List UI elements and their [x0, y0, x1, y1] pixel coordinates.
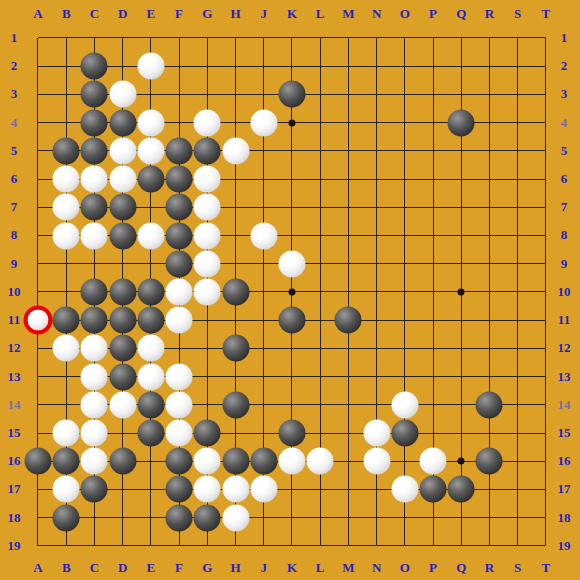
cell-K15[interactable] [278, 419, 306, 447]
cell-K8[interactable] [278, 221, 306, 249]
cell-A11[interactable] [24, 306, 52, 334]
cell-E10[interactable] [137, 278, 165, 306]
cell-G2[interactable] [193, 52, 221, 80]
cell-Q15[interactable] [447, 419, 475, 447]
cell-E2[interactable] [137, 52, 165, 80]
cell-N12[interactable] [363, 334, 391, 362]
cell-G13[interactable] [193, 363, 221, 391]
cell-B3[interactable] [52, 80, 80, 108]
cell-A17[interactable] [24, 475, 52, 503]
cell-S4[interactable] [504, 109, 532, 137]
cell-D16[interactable] [109, 447, 137, 475]
cell-L3[interactable] [306, 80, 334, 108]
cell-A9[interactable] [24, 250, 52, 278]
cell-K6[interactable] [278, 165, 306, 193]
cell-C16[interactable] [80, 447, 108, 475]
cell-Q14[interactable] [447, 391, 475, 419]
cell-R8[interactable] [475, 221, 503, 249]
cell-K13[interactable] [278, 363, 306, 391]
cell-A12[interactable] [24, 334, 52, 362]
cell-P19[interactable] [419, 532, 447, 560]
cell-R17[interactable] [475, 475, 503, 503]
cell-L16[interactable] [306, 447, 334, 475]
cell-O16[interactable] [391, 447, 419, 475]
cell-N10[interactable] [363, 278, 391, 306]
cell-A18[interactable] [24, 504, 52, 532]
cell-S11[interactable] [504, 306, 532, 334]
cell-G14[interactable] [193, 391, 221, 419]
cell-C19[interactable] [80, 532, 108, 560]
cell-B17[interactable] [52, 475, 80, 503]
cell-C6[interactable] [80, 165, 108, 193]
cell-B15[interactable] [52, 419, 80, 447]
cell-Q19[interactable] [447, 532, 475, 560]
cell-Q11[interactable] [447, 306, 475, 334]
cell-J19[interactable] [250, 532, 278, 560]
cell-O15[interactable] [391, 419, 419, 447]
cell-C13[interactable] [80, 363, 108, 391]
cell-N15[interactable] [363, 419, 391, 447]
cell-C4[interactable] [80, 109, 108, 137]
cell-P10[interactable] [419, 278, 447, 306]
cell-J2[interactable] [250, 52, 278, 80]
cell-H4[interactable] [221, 109, 249, 137]
cell-S19[interactable] [504, 532, 532, 560]
cell-A4[interactable] [24, 109, 52, 137]
cell-N2[interactable] [363, 52, 391, 80]
cell-D19[interactable] [109, 532, 137, 560]
cell-R1[interactable] [475, 24, 503, 52]
cell-F17[interactable] [165, 475, 193, 503]
cell-D13[interactable] [109, 363, 137, 391]
cell-M17[interactable] [334, 475, 362, 503]
cell-L2[interactable] [306, 52, 334, 80]
cell-P17[interactable] [419, 475, 447, 503]
cell-R5[interactable] [475, 137, 503, 165]
cell-P5[interactable] [419, 137, 447, 165]
cell-F19[interactable] [165, 532, 193, 560]
cell-O9[interactable] [391, 250, 419, 278]
cell-N14[interactable] [363, 391, 391, 419]
cell-N9[interactable] [363, 250, 391, 278]
cell-E17[interactable] [137, 475, 165, 503]
cell-H10[interactable] [221, 278, 249, 306]
cell-C8[interactable] [80, 221, 108, 249]
cell-R18[interactable] [475, 504, 503, 532]
cell-D3[interactable] [109, 80, 137, 108]
cell-K9[interactable] [278, 250, 306, 278]
cell-L17[interactable] [306, 475, 334, 503]
cell-B6[interactable] [52, 165, 80, 193]
cell-R3[interactable] [475, 80, 503, 108]
cell-P16[interactable] [419, 447, 447, 475]
cell-O10[interactable] [391, 278, 419, 306]
cell-B16[interactable] [52, 447, 80, 475]
cell-C17[interactable] [80, 475, 108, 503]
cell-J9[interactable] [250, 250, 278, 278]
cell-A7[interactable] [24, 193, 52, 221]
cell-E7[interactable] [137, 193, 165, 221]
cell-R14[interactable] [475, 391, 503, 419]
cell-C1[interactable] [80, 24, 108, 52]
cell-C10[interactable] [80, 278, 108, 306]
cell-R13[interactable] [475, 363, 503, 391]
cell-A19[interactable] [24, 532, 52, 560]
cell-G16[interactable] [193, 447, 221, 475]
cell-F4[interactable] [165, 109, 193, 137]
cell-B13[interactable] [52, 363, 80, 391]
cell-L7[interactable] [306, 193, 334, 221]
cell-E11[interactable] [137, 306, 165, 334]
cell-B12[interactable] [52, 334, 80, 362]
cell-B8[interactable] [52, 221, 80, 249]
cell-M16[interactable] [334, 447, 362, 475]
cell-D2[interactable] [109, 52, 137, 80]
cell-A3[interactable] [24, 80, 52, 108]
cell-H11[interactable] [221, 306, 249, 334]
cell-S6[interactable] [504, 165, 532, 193]
cell-S8[interactable] [504, 221, 532, 249]
cell-G7[interactable] [193, 193, 221, 221]
cell-H17[interactable] [221, 475, 249, 503]
cell-L9[interactable] [306, 250, 334, 278]
cell-D4[interactable] [109, 109, 137, 137]
cell-P14[interactable] [419, 391, 447, 419]
cell-L5[interactable] [306, 137, 334, 165]
cell-O3[interactable] [391, 80, 419, 108]
cell-F13[interactable] [165, 363, 193, 391]
cell-R6[interactable] [475, 165, 503, 193]
cell-N13[interactable] [363, 363, 391, 391]
cell-Q4[interactable] [447, 109, 475, 137]
cell-J14[interactable] [250, 391, 278, 419]
cell-K3[interactable] [278, 80, 306, 108]
cell-H2[interactable] [221, 52, 249, 80]
cell-K5[interactable] [278, 137, 306, 165]
cell-F9[interactable] [165, 250, 193, 278]
cell-K17[interactable] [278, 475, 306, 503]
cell-A14[interactable] [24, 391, 52, 419]
cell-E15[interactable] [137, 419, 165, 447]
cell-J13[interactable] [250, 363, 278, 391]
cell-A5[interactable] [24, 137, 52, 165]
cell-E18[interactable] [137, 504, 165, 532]
cell-L1[interactable] [306, 24, 334, 52]
cell-S12[interactable] [504, 334, 532, 362]
cell-Q1[interactable] [447, 24, 475, 52]
cell-C18[interactable] [80, 504, 108, 532]
cell-Q18[interactable] [447, 504, 475, 532]
cell-O19[interactable] [391, 532, 419, 560]
cell-J17[interactable] [250, 475, 278, 503]
cell-N8[interactable] [363, 221, 391, 249]
cell-H19[interactable] [221, 532, 249, 560]
cell-M19[interactable] [334, 532, 362, 560]
cell-A16[interactable] [24, 447, 52, 475]
cell-E13[interactable] [137, 363, 165, 391]
cell-E14[interactable] [137, 391, 165, 419]
cell-L14[interactable] [306, 391, 334, 419]
cell-F3[interactable] [165, 80, 193, 108]
cell-G19[interactable] [193, 532, 221, 560]
cell-H13[interactable] [221, 363, 249, 391]
cell-B5[interactable] [52, 137, 80, 165]
cell-B4[interactable] [52, 109, 80, 137]
cell-R19[interactable] [475, 532, 503, 560]
cell-Q12[interactable] [447, 334, 475, 362]
cell-M13[interactable] [334, 363, 362, 391]
cell-H3[interactable] [221, 80, 249, 108]
cell-F8[interactable] [165, 221, 193, 249]
cell-E1[interactable] [137, 24, 165, 52]
cell-G10[interactable] [193, 278, 221, 306]
cell-E9[interactable] [137, 250, 165, 278]
cell-J6[interactable] [250, 165, 278, 193]
cell-R9[interactable] [475, 250, 503, 278]
cell-F5[interactable] [165, 137, 193, 165]
cell-P9[interactable] [419, 250, 447, 278]
cell-E12[interactable] [137, 334, 165, 362]
cell-M9[interactable] [334, 250, 362, 278]
cell-J11[interactable] [250, 306, 278, 334]
cell-L12[interactable] [306, 334, 334, 362]
cell-M8[interactable] [334, 221, 362, 249]
cell-B2[interactable] [52, 52, 80, 80]
cell-R16[interactable] [475, 447, 503, 475]
cell-F18[interactable] [165, 504, 193, 532]
cell-L18[interactable] [306, 504, 334, 532]
cell-H1[interactable] [221, 24, 249, 52]
cell-B9[interactable] [52, 250, 80, 278]
cell-L15[interactable] [306, 419, 334, 447]
cell-K11[interactable] [278, 306, 306, 334]
cell-B19[interactable] [52, 532, 80, 560]
cell-N11[interactable] [363, 306, 391, 334]
cell-N3[interactable] [363, 80, 391, 108]
cell-M1[interactable] [334, 24, 362, 52]
cell-R2[interactable] [475, 52, 503, 80]
cell-O18[interactable] [391, 504, 419, 532]
cell-Q3[interactable] [447, 80, 475, 108]
cell-G8[interactable] [193, 221, 221, 249]
cell-N19[interactable] [363, 532, 391, 560]
cell-O11[interactable] [391, 306, 419, 334]
cell-B18[interactable] [52, 504, 80, 532]
cell-C2[interactable] [80, 52, 108, 80]
cell-J16[interactable] [250, 447, 278, 475]
cell-B1[interactable] [52, 24, 80, 52]
cell-F11[interactable] [165, 306, 193, 334]
cell-K2[interactable] [278, 52, 306, 80]
cell-O4[interactable] [391, 109, 419, 137]
cell-G1[interactable] [193, 24, 221, 52]
cell-C5[interactable] [80, 137, 108, 165]
cell-H18[interactable] [221, 504, 249, 532]
cell-L4[interactable] [306, 109, 334, 137]
cell-O5[interactable] [391, 137, 419, 165]
cell-P15[interactable] [419, 419, 447, 447]
cell-D17[interactable] [109, 475, 137, 503]
cell-S17[interactable] [504, 475, 532, 503]
cell-P6[interactable] [419, 165, 447, 193]
cell-K4[interactable] [278, 109, 306, 137]
cell-A1[interactable] [24, 24, 52, 52]
cell-C9[interactable] [80, 250, 108, 278]
cell-P12[interactable] [419, 334, 447, 362]
cell-R7[interactable] [475, 193, 503, 221]
cell-D6[interactable] [109, 165, 137, 193]
cell-C12[interactable] [80, 334, 108, 362]
cell-S9[interactable] [504, 250, 532, 278]
cell-D18[interactable] [109, 504, 137, 532]
cell-L13[interactable] [306, 363, 334, 391]
cell-G12[interactable] [193, 334, 221, 362]
cell-A10[interactable] [24, 278, 52, 306]
cell-L8[interactable] [306, 221, 334, 249]
cell-H6[interactable] [221, 165, 249, 193]
cell-J4[interactable] [250, 109, 278, 137]
cell-G3[interactable] [193, 80, 221, 108]
cell-B10[interactable] [52, 278, 80, 306]
cell-J18[interactable] [250, 504, 278, 532]
cell-O7[interactable] [391, 193, 419, 221]
cell-S5[interactable] [504, 137, 532, 165]
cell-K12[interactable] [278, 334, 306, 362]
cell-O6[interactable] [391, 165, 419, 193]
cell-M14[interactable] [334, 391, 362, 419]
cell-P3[interactable] [419, 80, 447, 108]
cell-F15[interactable] [165, 419, 193, 447]
cell-Q2[interactable] [447, 52, 475, 80]
cell-S1[interactable] [504, 24, 532, 52]
cell-Q16[interactable] [447, 447, 475, 475]
cell-O1[interactable] [391, 24, 419, 52]
cell-K16[interactable] [278, 447, 306, 475]
cell-E8[interactable] [137, 221, 165, 249]
cell-B14[interactable] [52, 391, 80, 419]
cell-P18[interactable] [419, 504, 447, 532]
cell-J15[interactable] [250, 419, 278, 447]
cell-E19[interactable] [137, 532, 165, 560]
cell-D11[interactable] [109, 306, 137, 334]
cell-E3[interactable] [137, 80, 165, 108]
cell-M11[interactable] [334, 306, 362, 334]
cell-C15[interactable] [80, 419, 108, 447]
cell-K1[interactable] [278, 24, 306, 52]
cell-S15[interactable] [504, 419, 532, 447]
cell-K19[interactable] [278, 532, 306, 560]
cell-D7[interactable] [109, 193, 137, 221]
cell-H5[interactable] [221, 137, 249, 165]
cell-N17[interactable] [363, 475, 391, 503]
cell-M15[interactable] [334, 419, 362, 447]
cell-G9[interactable] [193, 250, 221, 278]
cell-R12[interactable] [475, 334, 503, 362]
cell-H7[interactable] [221, 193, 249, 221]
cell-F7[interactable] [165, 193, 193, 221]
cell-K10[interactable] [278, 278, 306, 306]
cell-N6[interactable] [363, 165, 391, 193]
cell-A13[interactable] [24, 363, 52, 391]
cell-G17[interactable] [193, 475, 221, 503]
cell-F1[interactable] [165, 24, 193, 52]
cell-R4[interactable] [475, 109, 503, 137]
cell-A2[interactable] [24, 52, 52, 80]
cell-D10[interactable] [109, 278, 137, 306]
cell-D5[interactable] [109, 137, 137, 165]
cell-G6[interactable] [193, 165, 221, 193]
cell-S13[interactable] [504, 363, 532, 391]
cell-M2[interactable] [334, 52, 362, 80]
cell-S3[interactable] [504, 80, 532, 108]
cell-S14[interactable] [504, 391, 532, 419]
cell-R10[interactable] [475, 278, 503, 306]
cell-H16[interactable] [221, 447, 249, 475]
cell-G15[interactable] [193, 419, 221, 447]
cell-Q10[interactable] [447, 278, 475, 306]
cell-J12[interactable] [250, 334, 278, 362]
cell-S7[interactable] [504, 193, 532, 221]
cell-O14[interactable] [391, 391, 419, 419]
cell-F14[interactable] [165, 391, 193, 419]
cell-P8[interactable] [419, 221, 447, 249]
cell-N7[interactable] [363, 193, 391, 221]
cell-P11[interactable] [419, 306, 447, 334]
cell-M10[interactable] [334, 278, 362, 306]
cell-S16[interactable] [504, 447, 532, 475]
cell-C3[interactable] [80, 80, 108, 108]
cell-M3[interactable] [334, 80, 362, 108]
cell-L19[interactable] [306, 532, 334, 560]
cell-L6[interactable] [306, 165, 334, 193]
cell-B7[interactable] [52, 193, 80, 221]
cell-Q13[interactable] [447, 363, 475, 391]
cell-Q6[interactable] [447, 165, 475, 193]
cell-B11[interactable] [52, 306, 80, 334]
cell-P13[interactable] [419, 363, 447, 391]
cell-H14[interactable] [221, 391, 249, 419]
cell-K14[interactable] [278, 391, 306, 419]
cell-F2[interactable] [165, 52, 193, 80]
cell-Q7[interactable] [447, 193, 475, 221]
cell-K7[interactable] [278, 193, 306, 221]
cell-R15[interactable] [475, 419, 503, 447]
cell-C11[interactable] [80, 306, 108, 334]
cell-C14[interactable] [80, 391, 108, 419]
cell-F6[interactable] [165, 165, 193, 193]
cell-M7[interactable] [334, 193, 362, 221]
cell-N18[interactable] [363, 504, 391, 532]
cell-M6[interactable] [334, 165, 362, 193]
cell-E16[interactable] [137, 447, 165, 475]
cell-N16[interactable] [363, 447, 391, 475]
cell-F10[interactable] [165, 278, 193, 306]
cell-A6[interactable] [24, 165, 52, 193]
cell-A15[interactable] [24, 419, 52, 447]
cell-G18[interactable] [193, 504, 221, 532]
cell-D8[interactable] [109, 221, 137, 249]
cell-O8[interactable] [391, 221, 419, 249]
cell-M18[interactable] [334, 504, 362, 532]
cell-Q5[interactable] [447, 137, 475, 165]
cell-A8[interactable] [24, 221, 52, 249]
cell-N5[interactable] [363, 137, 391, 165]
cell-E5[interactable] [137, 137, 165, 165]
cell-Q17[interactable] [447, 475, 475, 503]
go-board[interactable] [24, 24, 560, 560]
cell-C7[interactable] [80, 193, 108, 221]
cell-R11[interactable] [475, 306, 503, 334]
